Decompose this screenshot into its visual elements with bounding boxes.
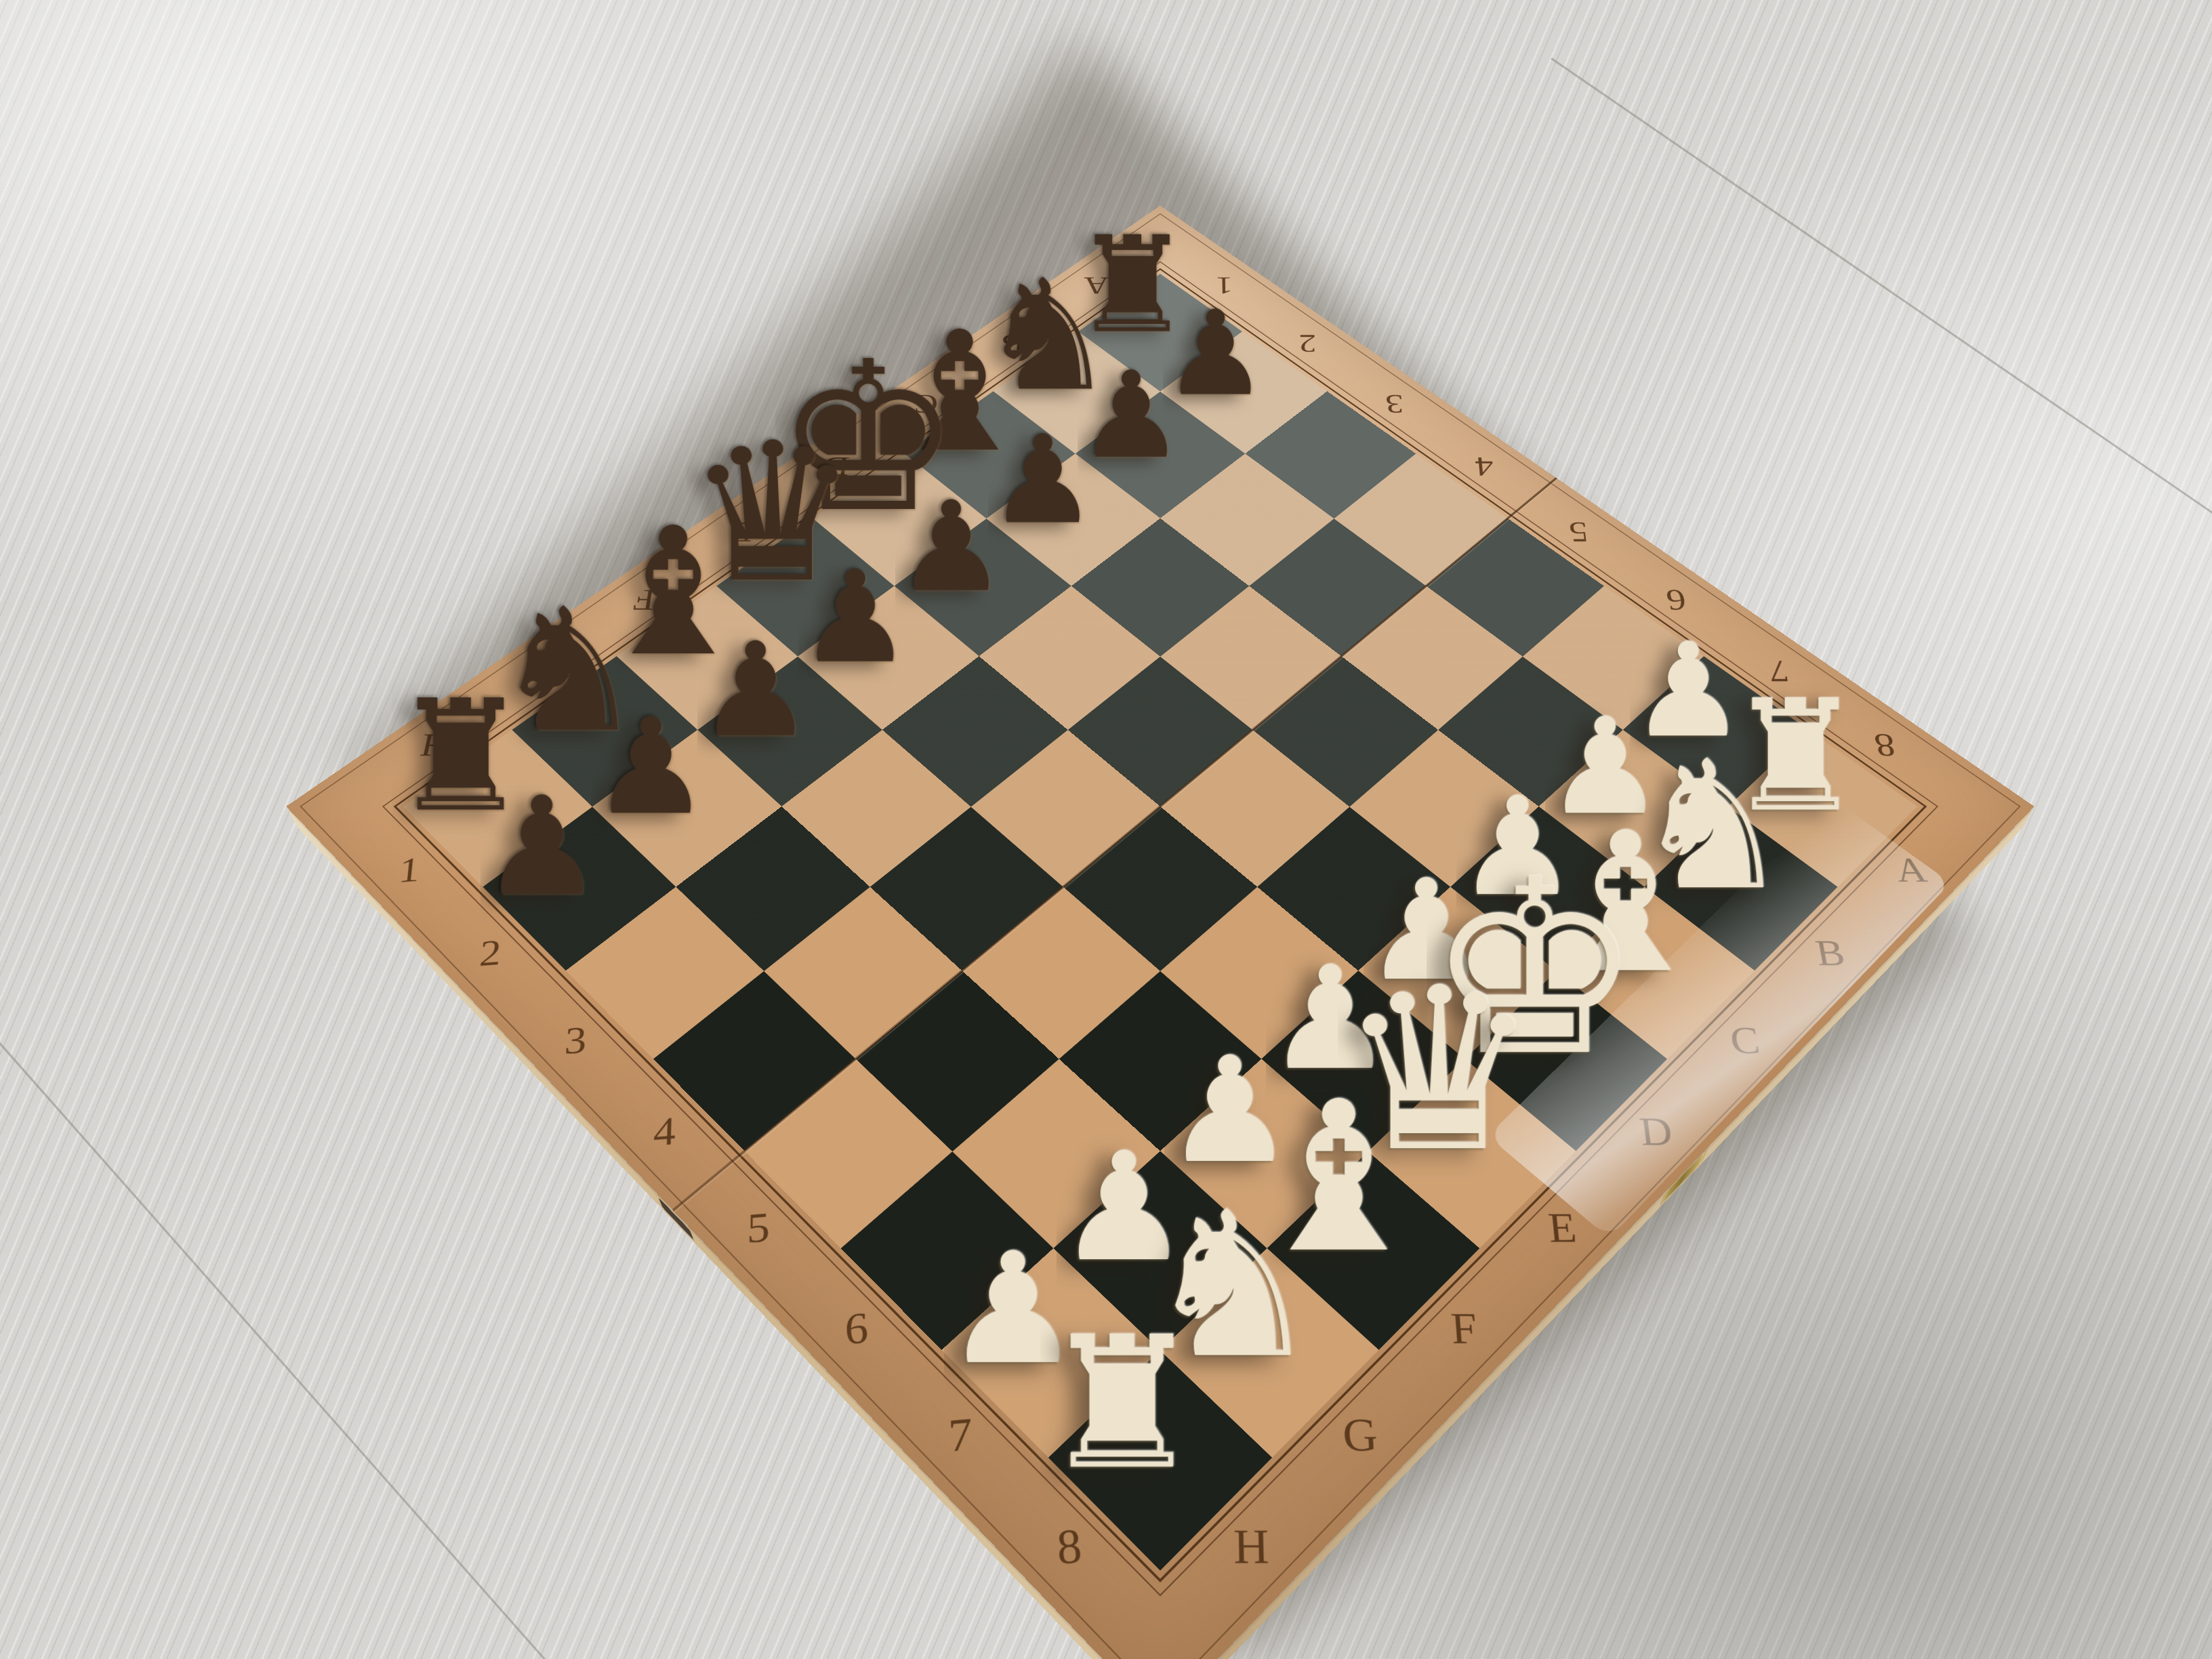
file-label-rank1-edge-B: B — [985, 325, 1040, 363]
piece-dark-pawn-e2: ♟ — [798, 554, 913, 681]
file-label-rank1-edge-A: A — [1069, 267, 1122, 304]
rank-label-fileH-edge-3: 3 — [541, 1009, 610, 1071]
file-label-rank8-edge-F: F — [1427, 1296, 1502, 1362]
rank-label-fileH-edge-2: 2 — [456, 924, 525, 983]
rank-label-fileA-edge-5: 5 — [1548, 511, 1610, 554]
file-label-rank1-edge-C: C — [897, 384, 954, 424]
file-label-rank1-edge-E: E — [711, 511, 773, 554]
floor-plank-seam — [0, 1027, 552, 1659]
file-label-rank8-edge-H: H — [1214, 1510, 1289, 1584]
rank-label-fileA-edge-2: 2 — [1280, 325, 1335, 363]
file-label-rank1-edge-F: F — [612, 578, 676, 623]
floor-plank-seam — [1551, 58, 2212, 516]
rank-label-fileH-edge-4: 4 — [630, 1099, 699, 1164]
piece-dark-pawn-g2: ♟ — [591, 700, 710, 833]
rank-label-fileA-edge-3: 3 — [1366, 384, 1423, 424]
photo-of-chess-set: ♜♟♟♜♞♟♟♞♝♟♟♝♚♟♟♚♛♟♟♛♝♟♟♝♞♟♟♞♜♟♟♜ AABBCCD… — [0, 0, 2212, 1659]
piece-dark-pawn-f2: ♟ — [697, 626, 814, 756]
rank-label-fileA-edge-1: 1 — [1198, 267, 1251, 304]
rank-label-fileH-edge-5: 5 — [723, 1193, 792, 1262]
rank-label-fileH-edge-6: 6 — [821, 1293, 893, 1366]
rank-label-fileH-edge-1: 1 — [375, 842, 443, 899]
rank-label-fileA-edge-4: 4 — [1455, 446, 1515, 487]
rank-label-fileH-edge-7: 7 — [923, 1397, 998, 1473]
rank-label-fileA-edge-6: 6 — [1644, 578, 1708, 623]
rank-label-fileH-edge-8: 8 — [1030, 1507, 1109, 1587]
piece-dark-pawn-h2: ♟ — [480, 779, 602, 915]
file-label-rank1-edge-D: D — [806, 446, 865, 487]
piece-cream-rook-h8: ♜ — [1040, 1313, 1204, 1495]
file-label-rank8-edge-G: G — [1323, 1400, 1398, 1471]
